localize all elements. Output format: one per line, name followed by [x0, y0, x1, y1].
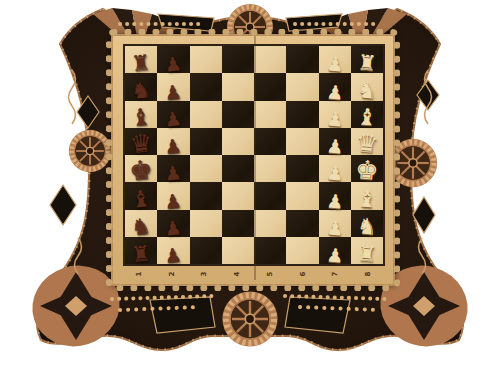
square-f2[interactable]: ♟	[319, 182, 351, 209]
black-knight-piece[interactable]: ♞	[131, 80, 151, 102]
black-pawn-piece[interactable]: ♟	[165, 164, 182, 183]
piece-glyph: ♞	[356, 215, 378, 239]
black-rook-piece[interactable]: ♜	[132, 244, 151, 265]
square-b4[interactable]	[254, 73, 286, 100]
black-pawn-piece[interactable]: ♟	[165, 83, 182, 102]
square-b1[interactable]: ♞	[351, 73, 383, 100]
square-a7[interactable]: ♟	[157, 46, 189, 73]
coordinate-label: 1	[135, 271, 143, 276]
coordinate-label: 5	[266, 271, 274, 276]
piece-glyph: ♟	[164, 109, 183, 130]
square-g7[interactable]: ♟	[157, 210, 189, 237]
white-pawn-piece[interactable]: ♟	[326, 55, 343, 74]
black-queen-piece[interactable]: ♛	[130, 131, 152, 156]
square-h5[interactable]	[222, 237, 254, 264]
piece-glyph: ♟	[164, 245, 183, 266]
square-f1[interactable]: ♝	[351, 182, 383, 209]
square-a8[interactable]: ♜	[125, 46, 157, 73]
white-pawn-piece[interactable]: ♟	[326, 110, 343, 129]
white-queen-piece[interactable]: ♛	[356, 131, 378, 156]
square-a1[interactable]: ♜	[351, 46, 383, 73]
square-h3[interactable]	[286, 237, 318, 264]
rosette-bottom	[222, 291, 277, 346]
piece-glyph: ♟	[325, 109, 344, 129]
square-h8[interactable]: ♜	[125, 237, 157, 264]
square-a2[interactable]: ♟	[319, 46, 351, 73]
coordinate-strip: 12345678	[123, 267, 385, 280]
square-h2[interactable]: ♟	[319, 237, 351, 264]
white-king-piece[interactable]: ♚	[355, 157, 378, 183]
black-pawn-piece[interactable]: ♟	[165, 192, 182, 211]
piece-glyph: ♞	[130, 79, 152, 103]
square-d5[interactable]	[222, 128, 254, 155]
square-b7[interactable]: ♟	[157, 73, 189, 100]
piece-glyph: ♚	[128, 156, 154, 184]
square-f7[interactable]: ♟	[157, 182, 189, 209]
piece-glyph: ♟	[325, 82, 344, 102]
piece-glyph: ♟	[325, 245, 344, 265]
square-h1[interactable]: ♜	[351, 237, 383, 264]
piece-glyph: ♝	[130, 105, 153, 130]
square-c5[interactable]	[222, 101, 254, 128]
white-pawn-piece[interactable]: ♟	[326, 137, 343, 156]
square-e2[interactable]: ♟	[319, 155, 351, 182]
square-g6[interactable]	[190, 210, 222, 237]
square-h7[interactable]: ♟	[157, 237, 189, 264]
square-c4[interactable]	[254, 101, 286, 128]
piece-glyph: ♚	[354, 156, 379, 184]
square-e4[interactable]	[254, 155, 286, 182]
piece-glyph: ♟	[325, 164, 344, 184]
black-rook-piece[interactable]: ♜	[132, 53, 151, 74]
square-c8[interactable]: ♝	[125, 101, 157, 128]
square-b2[interactable]: ♟	[319, 73, 351, 100]
black-pawn-piece[interactable]: ♟	[165, 137, 182, 156]
square-g4[interactable]	[254, 210, 286, 237]
white-pawn-piece[interactable]: ♟	[326, 164, 343, 183]
square-c2[interactable]: ♟	[319, 101, 351, 128]
coordinate-label: 8	[365, 271, 373, 276]
square-d2[interactable]: ♟	[319, 128, 351, 155]
black-king-piece[interactable]: ♚	[129, 157, 152, 183]
square-b3[interactable]	[286, 73, 318, 100]
square-c1[interactable]: ♝	[351, 101, 383, 128]
white-knight-piece[interactable]: ♞	[357, 216, 377, 238]
white-pawn-piece[interactable]: ♟	[326, 219, 343, 238]
coordinate-label: 2	[168, 271, 176, 276]
piece-glyph: ♛	[355, 130, 380, 157]
piece-glyph: ♟	[164, 218, 183, 239]
white-bishop-piece[interactable]: ♝	[357, 106, 378, 129]
black-pawn-piece[interactable]: ♟	[165, 219, 182, 238]
board-grid: ♜♟♟♜♞♟♟♞♝♟♟♝♛♟♟♛♚♟♟♚♝♟♟♝♞♟♟♞♜♟♟♜	[123, 44, 385, 266]
coordinate-label: 3	[201, 271, 209, 276]
square-d6[interactable]	[190, 128, 222, 155]
square-g5[interactable]	[222, 210, 254, 237]
square-b8[interactable]: ♞	[125, 73, 157, 100]
piece-glyph: ♞	[130, 215, 152, 239]
chess-board: ♜♟♟♜♞♟♟♞♝♟♟♝♛♟♟♛♚♟♟♚♝♟♟♝♞♟♟♞♜♟♟♜ 1234567…	[111, 34, 395, 286]
piece-glyph: ♜	[357, 52, 378, 75]
white-bishop-piece[interactable]: ♝	[357, 188, 378, 211]
square-h6[interactable]	[190, 237, 222, 264]
piece-glyph: ♝	[356, 187, 379, 212]
rosette-right	[389, 139, 437, 187]
square-d3[interactable]	[286, 128, 318, 155]
square-f5[interactable]	[222, 182, 254, 209]
piece-glyph: ♞	[356, 79, 378, 103]
black-pawn-piece[interactable]: ♟	[165, 55, 182, 74]
square-f3[interactable]	[286, 182, 318, 209]
square-b5[interactable]	[222, 73, 254, 100]
piece-glyph: ♟	[164, 82, 183, 103]
coordinate-label: 6	[299, 271, 307, 276]
rosette-left	[69, 130, 111, 172]
square-e3[interactable]	[286, 155, 318, 182]
black-pawn-piece[interactable]: ♟	[165, 110, 182, 129]
square-g2[interactable]: ♟	[319, 210, 351, 237]
square-e6[interactable]	[190, 155, 222, 182]
black-knight-piece[interactable]: ♞	[131, 216, 151, 238]
piece-glyph: ♟	[164, 54, 183, 75]
white-rook-piece[interactable]: ♜	[357, 53, 376, 74]
square-c6[interactable]	[190, 101, 222, 128]
coordinate-label: 4	[234, 271, 242, 276]
black-bishop-piece[interactable]: ♝	[131, 188, 152, 211]
square-d7[interactable]: ♟	[157, 128, 189, 155]
square-g8[interactable]: ♞	[125, 210, 157, 237]
square-b6[interactable]	[190, 73, 222, 100]
black-pawn-piece[interactable]: ♟	[165, 246, 182, 265]
square-f4[interactable]	[254, 182, 286, 209]
black-bishop-piece[interactable]: ♝	[131, 106, 152, 129]
piece-glyph: ♟	[325, 218, 344, 238]
piece-glyph: ♟	[325, 136, 344, 156]
white-knight-piece[interactable]: ♞	[357, 80, 377, 102]
square-c3[interactable]	[286, 101, 318, 128]
piece-glyph: ♝	[356, 105, 379, 130]
coordinate-label: 7	[332, 271, 340, 276]
square-e7[interactable]: ♟	[157, 155, 189, 182]
square-e1[interactable]: ♚	[351, 155, 383, 182]
square-a3[interactable]	[286, 46, 318, 73]
piece-glyph: ♟	[164, 191, 183, 212]
white-pawn-piece[interactable]: ♟	[326, 83, 343, 102]
carved-chess-set-photo: ♜♟♟♜♞♟♟♞♝♟♟♝♛♟♟♛♚♟♟♚♝♟♟♝♞♟♟♞♜♟♟♜ 1234567…	[0, 0, 500, 375]
piece-glyph: ♟	[325, 55, 344, 75]
white-pawn-piece[interactable]: ♟	[326, 246, 343, 265]
piece-glyph: ♜	[357, 243, 378, 266]
piece-glyph: ♝	[130, 186, 153, 211]
square-d8[interactable]: ♛	[125, 128, 157, 155]
square-c7[interactable]: ♟	[157, 101, 189, 128]
square-a6[interactable]	[190, 46, 222, 73]
square-g3[interactable]	[286, 210, 318, 237]
square-h4[interactable]	[254, 237, 286, 264]
square-a4[interactable]	[254, 46, 286, 73]
square-d4[interactable]	[254, 128, 286, 155]
piece-glyph: ♜	[131, 52, 152, 75]
piece-glyph: ♟	[325, 191, 344, 211]
white-rook-piece[interactable]: ♜	[357, 244, 376, 265]
square-f6[interactable]	[190, 182, 222, 209]
square-g1[interactable]: ♞	[351, 210, 383, 237]
piece-glyph: ♜	[131, 243, 152, 266]
square-e5[interactable]	[222, 155, 254, 182]
piece-glyph: ♟	[164, 136, 183, 157]
square-f8[interactable]: ♝	[125, 182, 157, 209]
white-pawn-piece[interactable]: ♟	[326, 192, 343, 211]
square-d1[interactable]: ♛	[351, 128, 383, 155]
square-a5[interactable]	[222, 46, 254, 73]
piece-glyph: ♟	[164, 163, 183, 184]
square-e8[interactable]: ♚	[125, 155, 157, 182]
